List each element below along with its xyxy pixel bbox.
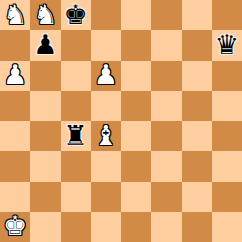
square-a1[interactable]: ♚ [0,212,30,242]
square-d7[interactable] [91,30,121,60]
square-g4[interactable] [182,121,212,151]
square-b5[interactable] [30,91,60,121]
square-c8[interactable]: ♚ [61,0,91,30]
black-rook-icon[interactable]: ♜ [64,122,88,149]
square-g2[interactable] [182,182,212,212]
square-c4[interactable]: ♜ [61,121,91,151]
square-a2[interactable] [0,182,30,212]
square-d3[interactable] [91,151,121,181]
square-g6[interactable] [182,61,212,91]
square-f3[interactable] [151,151,181,181]
square-g1[interactable] [182,212,212,242]
square-h3[interactable] [212,151,242,181]
black-pawn-icon[interactable]: ♟ [33,31,57,58]
square-c2[interactable] [61,182,91,212]
square-e1[interactable] [121,212,151,242]
white-pawn-icon[interactable]: ♟ [3,61,27,88]
white-knight-icon[interactable]: ♞ [3,1,27,28]
square-e7[interactable] [121,30,151,60]
white-bishop-icon[interactable]: ♝ [94,122,118,149]
square-c6[interactable] [61,61,91,91]
square-c5[interactable] [61,91,91,121]
square-e4[interactable] [121,121,151,151]
square-b6[interactable] [30,61,60,91]
square-g8[interactable] [182,0,212,30]
square-a3[interactable] [0,151,30,181]
square-f1[interactable] [151,212,181,242]
square-g3[interactable] [182,151,212,181]
square-h8[interactable] [212,0,242,30]
white-pawn-icon[interactable]: ♟ [94,61,118,88]
square-d6[interactable]: ♟ [91,61,121,91]
square-d4[interactable]: ♝ [91,121,121,151]
chess-board[interactable]: ♞♞♚♟♛♟♟♜♝♚ [0,0,242,242]
square-c3[interactable] [61,151,91,181]
square-f6[interactable] [151,61,181,91]
square-g7[interactable] [182,30,212,60]
square-b2[interactable] [30,182,60,212]
square-d2[interactable] [91,182,121,212]
square-e8[interactable] [121,0,151,30]
square-b4[interactable] [30,121,60,151]
black-queen-icon[interactable]: ♛ [215,31,239,58]
white-knight-icon[interactable]: ♞ [33,1,57,28]
square-e5[interactable] [121,91,151,121]
square-a6[interactable]: ♟ [0,61,30,91]
square-a8[interactable]: ♞ [0,0,30,30]
square-c7[interactable] [61,30,91,60]
square-h5[interactable] [212,91,242,121]
square-b3[interactable] [30,151,60,181]
square-e3[interactable] [121,151,151,181]
square-d8[interactable] [91,0,121,30]
black-king-icon[interactable]: ♚ [64,1,88,28]
square-b7[interactable]: ♟ [30,30,60,60]
square-h6[interactable] [212,61,242,91]
square-f7[interactable] [151,30,181,60]
square-e6[interactable] [121,61,151,91]
white-king-icon[interactable]: ♚ [3,212,27,239]
square-b1[interactable] [30,212,60,242]
square-a5[interactable] [0,91,30,121]
square-a4[interactable] [0,121,30,151]
square-g5[interactable] [182,91,212,121]
square-e2[interactable] [121,182,151,212]
square-a7[interactable] [0,30,30,60]
square-h4[interactable] [212,121,242,151]
square-h1[interactable] [212,212,242,242]
square-d5[interactable] [91,91,121,121]
square-f4[interactable] [151,121,181,151]
square-b8[interactable]: ♞ [30,0,60,30]
square-h7[interactable]: ♛ [212,30,242,60]
square-f5[interactable] [151,91,181,121]
square-c1[interactable] [61,212,91,242]
square-h2[interactable] [212,182,242,212]
square-f8[interactable] [151,0,181,30]
square-f2[interactable] [151,182,181,212]
square-d1[interactable] [91,212,121,242]
